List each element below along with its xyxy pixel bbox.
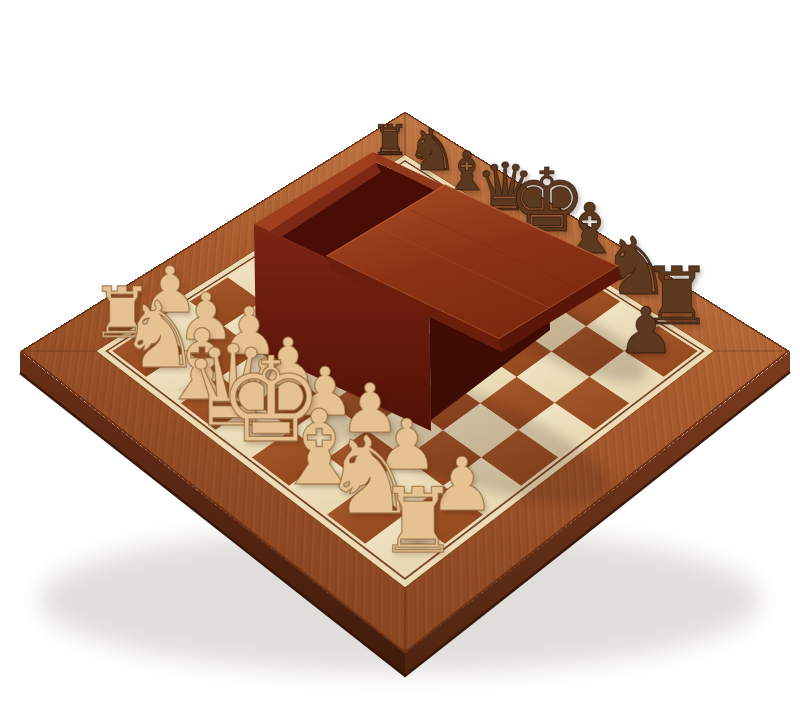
photo-scene: ♜♞♝♛♚♝♞♜♟ ♟♜♟♟♞♟♝♟♛♟♚♟♝♟♞♜ <box>0 0 800 708</box>
white-pieces-layer: ♟♜♟♟♞♟♝♟♛♟♚♟♝♟♞♜ <box>0 0 800 708</box>
white-rook: ♜ <box>378 476 459 566</box>
